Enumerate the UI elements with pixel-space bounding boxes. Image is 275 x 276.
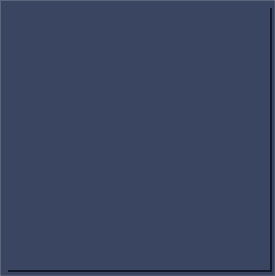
chess-board-frame: [0, 0, 275, 276]
chess-board: [6, 6, 270, 270]
